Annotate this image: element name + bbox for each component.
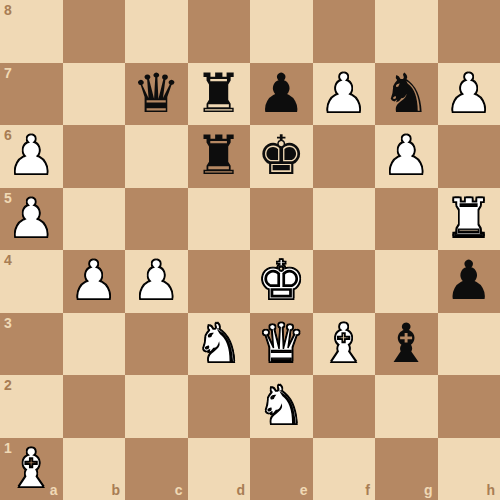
piece-white-queen[interactable]: ♛ xyxy=(257,313,305,375)
square-b3[interactable] xyxy=(63,313,126,376)
square-c1[interactable]: c xyxy=(125,438,188,500)
square-d7[interactable]: ♜ xyxy=(188,63,251,126)
chess-board: 87♛♜♟♟♞♟6♟♜♚♟5♟♜4♟♟♚♟3♞♛♝♝2♞1a♝bcdefgh xyxy=(0,0,500,500)
square-d1[interactable]: d xyxy=(188,438,251,500)
square-a8[interactable]: 8 xyxy=(0,0,63,63)
piece-black-pawn[interactable]: ♟ xyxy=(445,250,493,312)
square-b1[interactable]: b xyxy=(63,438,126,500)
square-a7[interactable]: 7 xyxy=(0,63,63,126)
square-h1[interactable]: h xyxy=(438,438,500,500)
square-e7[interactable]: ♟ xyxy=(250,63,313,126)
piece-black-queen[interactable]: ♛ xyxy=(132,63,180,125)
square-b7[interactable] xyxy=(63,63,126,126)
square-d8[interactable] xyxy=(188,0,251,63)
square-c2[interactable] xyxy=(125,375,188,438)
square-a6[interactable]: 6♟ xyxy=(0,125,63,188)
square-h2[interactable] xyxy=(438,375,500,438)
square-b5[interactable] xyxy=(63,188,126,251)
piece-black-king[interactable]: ♚ xyxy=(257,125,305,187)
square-g4[interactable] xyxy=(375,250,438,313)
square-h6[interactable] xyxy=(438,125,500,188)
rank-label-8: 8 xyxy=(4,3,12,17)
square-f5[interactable] xyxy=(313,188,376,251)
file-label-g: g xyxy=(424,483,433,497)
square-c4[interactable]: ♟ xyxy=(125,250,188,313)
square-a4[interactable]: 4 xyxy=(0,250,63,313)
piece-white-knight[interactable]: ♞ xyxy=(195,313,243,375)
file-label-f: f xyxy=(365,483,370,497)
square-g7[interactable]: ♞ xyxy=(375,63,438,126)
square-g3[interactable]: ♝ xyxy=(375,313,438,376)
square-e6[interactable]: ♚ xyxy=(250,125,313,188)
square-f7[interactable]: ♟ xyxy=(313,63,376,126)
square-f6[interactable] xyxy=(313,125,376,188)
square-c8[interactable] xyxy=(125,0,188,63)
square-g2[interactable] xyxy=(375,375,438,438)
square-g6[interactable]: ♟ xyxy=(375,125,438,188)
square-f2[interactable] xyxy=(313,375,376,438)
square-f1[interactable]: f xyxy=(313,438,376,500)
square-b2[interactable] xyxy=(63,375,126,438)
square-b4[interactable]: ♟ xyxy=(63,250,126,313)
square-c7[interactable]: ♛ xyxy=(125,63,188,126)
square-d5[interactable] xyxy=(188,188,251,251)
file-label-d: d xyxy=(236,483,245,497)
square-g1[interactable]: g xyxy=(375,438,438,500)
rank-label-7: 7 xyxy=(4,66,12,80)
square-f8[interactable] xyxy=(313,0,376,63)
piece-white-pawn[interactable]: ♟ xyxy=(320,63,368,125)
square-e8[interactable] xyxy=(250,0,313,63)
piece-white-bishop[interactable]: ♝ xyxy=(7,438,55,500)
square-d4[interactable] xyxy=(188,250,251,313)
piece-white-pawn[interactable]: ♟ xyxy=(445,63,493,125)
piece-white-pawn[interactable]: ♟ xyxy=(382,125,430,187)
piece-black-bishop[interactable]: ♝ xyxy=(382,313,430,375)
square-d2[interactable] xyxy=(188,375,251,438)
square-h8[interactable] xyxy=(438,0,500,63)
square-c5[interactable] xyxy=(125,188,188,251)
square-c6[interactable] xyxy=(125,125,188,188)
piece-white-pawn[interactable]: ♟ xyxy=(7,188,55,250)
square-b8[interactable] xyxy=(63,0,126,63)
square-f4[interactable] xyxy=(313,250,376,313)
rank-label-3: 3 xyxy=(4,316,12,330)
square-e3[interactable]: ♛ xyxy=(250,313,313,376)
piece-black-rook[interactable]: ♜ xyxy=(195,63,243,125)
square-e1[interactable]: e xyxy=(250,438,313,500)
file-label-h: h xyxy=(486,483,495,497)
piece-white-pawn[interactable]: ♟ xyxy=(132,250,180,312)
piece-white-rook[interactable]: ♜ xyxy=(445,188,493,250)
piece-white-king[interactable]: ♚ xyxy=(257,250,305,312)
square-b6[interactable] xyxy=(63,125,126,188)
square-h7[interactable]: ♟ xyxy=(438,63,500,126)
square-d3[interactable]: ♞ xyxy=(188,313,251,376)
square-e4[interactable]: ♚ xyxy=(250,250,313,313)
square-h4[interactable]: ♟ xyxy=(438,250,500,313)
square-a5[interactable]: 5♟ xyxy=(0,188,63,251)
square-f3[interactable]: ♝ xyxy=(313,313,376,376)
rank-label-4: 4 xyxy=(4,253,12,267)
file-label-c: c xyxy=(175,483,183,497)
piece-black-pawn[interactable]: ♟ xyxy=(257,63,305,125)
piece-black-knight[interactable]: ♞ xyxy=(382,63,430,125)
piece-white-knight[interactable]: ♞ xyxy=(257,375,305,437)
square-g8[interactable] xyxy=(375,0,438,63)
square-d6[interactable]: ♜ xyxy=(188,125,251,188)
square-a2[interactable]: 2 xyxy=(0,375,63,438)
piece-white-pawn[interactable]: ♟ xyxy=(70,250,118,312)
square-c3[interactable] xyxy=(125,313,188,376)
piece-white-bishop[interactable]: ♝ xyxy=(320,313,368,375)
file-label-e: e xyxy=(300,483,308,497)
square-a1[interactable]: 1a♝ xyxy=(0,438,63,500)
square-e2[interactable]: ♞ xyxy=(250,375,313,438)
square-a3[interactable]: 3 xyxy=(0,313,63,376)
rank-label-2: 2 xyxy=(4,378,12,392)
square-h5[interactable]: ♜ xyxy=(438,188,500,251)
piece-white-pawn[interactable]: ♟ xyxy=(7,125,55,187)
file-label-b: b xyxy=(111,483,120,497)
square-g5[interactable] xyxy=(375,188,438,251)
square-e5[interactable] xyxy=(250,188,313,251)
square-h3[interactable] xyxy=(438,313,500,376)
piece-black-rook[interactable]: ♜ xyxy=(195,125,243,187)
